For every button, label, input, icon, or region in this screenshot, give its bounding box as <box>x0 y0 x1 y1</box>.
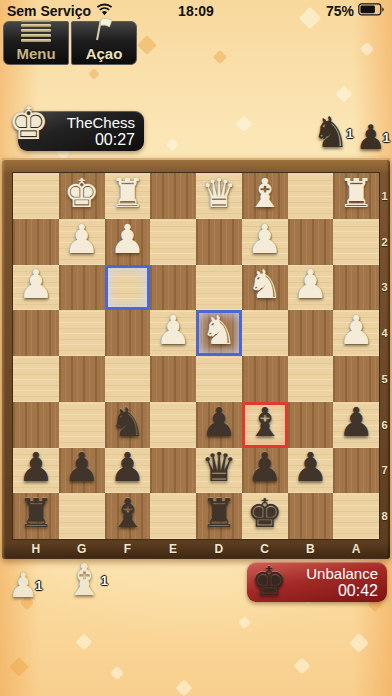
square-g3[interactable] <box>59 265 105 311</box>
player-bar-white[interactable]: TheChess 00:27 <box>18 111 144 151</box>
square-a1[interactable]: ♜ <box>333 173 379 219</box>
piece-black-pawn-b7[interactable]: ♟ <box>288 445 334 491</box>
square-f8[interactable]: ♝ <box>105 493 151 539</box>
square-e5[interactable] <box>150 356 196 402</box>
diamond-decor <box>176 680 193 696</box>
square-d5[interactable] <box>196 356 242 402</box>
diamond-decor <box>76 634 93 651</box>
piece-white-pawn-e4[interactable]: ♟ <box>150 307 196 353</box>
square-g2[interactable]: ♟ <box>59 219 105 265</box>
square-c6[interactable]: ♝ <box>242 402 288 448</box>
diamond-decor <box>360 42 374 56</box>
piece-white-queen-d1[interactable]: ♛ <box>196 170 242 216</box>
square-e1[interactable] <box>150 173 196 219</box>
rank-label-3: 3 <box>379 265 390 311</box>
white-player-name: TheChess <box>58 114 135 131</box>
square-g6[interactable] <box>59 402 105 448</box>
piece-white-knight-c3[interactable]: ♞ <box>242 262 288 308</box>
square-c4[interactable] <box>242 310 288 356</box>
square-h3[interactable]: ♟ <box>13 265 59 311</box>
diamond-decor <box>110 666 124 680</box>
status-bar: 18:09 Sem Serviço 75% <box>0 0 392 22</box>
square-b2[interactable] <box>288 219 334 265</box>
square-c2[interactable]: ♟ <box>242 219 288 265</box>
rank-label-5: 5 <box>379 356 390 402</box>
square-g5[interactable] <box>59 356 105 402</box>
square-d1[interactable]: ♛ <box>196 173 242 219</box>
square-h7[interactable]: ♟ <box>13 448 59 494</box>
square-a6[interactable]: ♟ <box>333 402 379 448</box>
rank-label-6: 6 <box>379 402 390 448</box>
flag-icon <box>91 17 117 45</box>
square-c3[interactable]: ♞ <box>242 265 288 311</box>
square-d6[interactable]: ♟ <box>196 402 242 448</box>
square-d7[interactable]: ♛ <box>196 448 242 494</box>
square-e4[interactable]: ♟ <box>150 310 196 356</box>
battery-percent: 75% <box>326 3 354 19</box>
file-label-d: D <box>196 541 242 557</box>
file-label-e: E <box>150 541 196 557</box>
piece-black-pawn-c7[interactable]: ♟ <box>242 445 288 491</box>
square-c5[interactable] <box>242 356 288 402</box>
piece-black-bishop-f8[interactable]: ♝ <box>105 490 151 536</box>
captured-white-bishop-icon: ♝1 <box>64 556 103 604</box>
diamond-decor <box>137 35 157 55</box>
diamond-decor <box>166 138 179 151</box>
square-e6[interactable] <box>150 402 196 448</box>
square-h6[interactable] <box>13 402 59 448</box>
chess-board: ♚♜♛♝♜♟♟♟♟♞♟♟♞♟♞♟♝♟♟♟♟♛♟♟♜♝♜♚ 12345678 HG… <box>2 158 390 559</box>
captured-black-pieces-tray: ♞1♟1 <box>312 100 386 156</box>
square-f4[interactable] <box>105 310 151 356</box>
piece-white-pawn-f2[interactable]: ♟ <box>105 216 151 262</box>
player-bar-black[interactable]: Unbalance 00:42 <box>247 562 387 602</box>
captured-black-knight-count: 1 <box>346 111 353 157</box>
square-h1[interactable] <box>13 173 59 219</box>
square-e3[interactable] <box>150 265 196 311</box>
diamond-decor <box>88 68 99 79</box>
piece-black-pawn-h7[interactable]: ♟ <box>13 445 59 491</box>
piece-black-queen-d7[interactable]: ♛ <box>196 445 242 491</box>
piece-black-rook-d8[interactable]: ♜ <box>196 490 242 536</box>
piece-white-pawn-c2[interactable]: ♟ <box>242 216 288 262</box>
piece-black-pawn-g7[interactable]: ♟ <box>59 445 105 491</box>
piece-white-pawn-b3[interactable]: ♟ <box>288 262 334 308</box>
square-f7[interactable]: ♟ <box>105 448 151 494</box>
piece-white-bishop-c1[interactable]: ♝ <box>242 170 288 216</box>
square-h2[interactable] <box>13 219 59 265</box>
piece-black-knight-f6[interactable]: ♞ <box>105 399 151 445</box>
captured-white-pieces-tray: ♟1♝1 <box>8 556 104 604</box>
square-h4[interactable] <box>13 310 59 356</box>
square-a2[interactable] <box>333 219 379 265</box>
toolbar: Menu Açao <box>3 21 137 65</box>
black-player-clock: 00:42 <box>287 582 378 600</box>
piece-black-pawn-a6[interactable]: ♟ <box>333 399 379 445</box>
square-b6[interactable] <box>288 402 334 448</box>
diamond-decor <box>294 658 311 675</box>
square-b5[interactable] <box>288 356 334 402</box>
rank-label-7: 7 <box>379 448 390 494</box>
file-label-a: A <box>333 541 379 557</box>
square-e2[interactable] <box>150 219 196 265</box>
piece-black-pawn-f7[interactable]: ♟ <box>105 445 151 491</box>
piece-white-pawn-a4[interactable]: ♟ <box>333 307 379 353</box>
square-a3[interactable] <box>333 265 379 311</box>
action-button-label: Açao <box>86 45 123 62</box>
piece-black-rook-h8[interactable]: ♜ <box>13 490 59 536</box>
square-a8[interactable] <box>333 493 379 539</box>
square-g4[interactable] <box>59 310 105 356</box>
piece-black-king-c8[interactable]: ♚ <box>242 490 288 536</box>
square-d4[interactable]: ♞ <box>196 310 242 356</box>
diamond-decor <box>9 657 29 677</box>
square-f6[interactable]: ♞ <box>105 402 151 448</box>
square-c7[interactable]: ♟ <box>242 448 288 494</box>
square-d2[interactable] <box>196 219 242 265</box>
piece-white-knight-d4[interactable]: ♞ <box>196 307 242 353</box>
square-e7[interactable] <box>150 448 196 494</box>
square-a7[interactable] <box>333 448 379 494</box>
white-player-clock: 00:27 <box>58 131 135 149</box>
diamond-decor <box>238 616 251 629</box>
square-b1[interactable] <box>288 173 334 219</box>
square-d8[interactable]: ♜ <box>196 493 242 539</box>
square-a4[interactable]: ♟ <box>333 310 379 356</box>
captured-black-pawn-icon: ♟1 <box>356 118 386 156</box>
menu-button[interactable]: Menu <box>3 21 69 65</box>
square-e8[interactable] <box>150 493 196 539</box>
piece-white-king-g1[interactable]: ♚ <box>59 170 105 216</box>
rank-label-4: 4 <box>379 310 390 356</box>
diamond-decor <box>213 50 227 64</box>
battery-icon <box>358 3 385 19</box>
piece-white-rook-a1[interactable]: ♜ <box>333 170 379 216</box>
rank-label-8: 8 <box>379 493 390 539</box>
square-f2[interactable]: ♟ <box>105 219 151 265</box>
square-b7[interactable]: ♟ <box>288 448 334 494</box>
captured-white-pawn-icon: ♟1 <box>8 566 38 604</box>
black-player-name: Unbalance <box>287 565 378 582</box>
square-a5[interactable] <box>333 356 379 402</box>
action-button[interactable]: Açao <box>71 21 137 65</box>
hamburger-icon <box>21 19 51 42</box>
file-label-c: C <box>242 541 288 557</box>
piece-black-bishop-c6[interactable]: ♝ <box>242 399 288 445</box>
file-label-h: H <box>13 541 59 557</box>
board-grid: ♚♜♛♝♜♟♟♟♟♞♟♟♞♟♞♟♝♟♟♟♟♛♟♟♜♝♜♚ <box>13 173 379 539</box>
diamond-decor <box>236 116 253 133</box>
square-g7[interactable]: ♟ <box>59 448 105 494</box>
square-c8[interactable]: ♚ <box>242 493 288 539</box>
captured-white-bishop-count: 1 <box>101 557 108 605</box>
menu-button-label: Menu <box>16 45 55 62</box>
square-h8[interactable]: ♜ <box>13 493 59 539</box>
diamond-decor <box>349 633 369 653</box>
rank-label-2: 2 <box>379 219 390 265</box>
square-b3[interactable]: ♟ <box>288 265 334 311</box>
piece-white-pawn-g2[interactable]: ♟ <box>59 216 105 262</box>
square-f5[interactable] <box>105 356 151 402</box>
piece-white-pawn-h3[interactable]: ♟ <box>13 262 59 308</box>
square-f1[interactable]: ♜ <box>105 173 151 219</box>
square-d3[interactable] <box>196 265 242 311</box>
rank-labels: 12345678 <box>379 173 390 539</box>
file-label-f: F <box>105 541 151 557</box>
piece-white-rook-f1[interactable]: ♜ <box>105 170 151 216</box>
square-b4[interactable] <box>288 310 334 356</box>
piece-black-pawn-d6[interactable]: ♟ <box>196 399 242 445</box>
square-f3[interactable] <box>105 265 151 311</box>
square-h5[interactable] <box>13 356 59 402</box>
captured-black-knight-icon: ♞1 <box>312 110 350 156</box>
square-g1[interactable]: ♚ <box>59 173 105 219</box>
square-g8[interactable] <box>59 493 105 539</box>
square-b8[interactable] <box>288 493 334 539</box>
rank-label-1: 1 <box>379 173 390 219</box>
captured-white-pawn-count: 1 <box>35 567 42 605</box>
captured-black-pawn-count: 1 <box>383 119 390 157</box>
file-label-b: B <box>288 541 334 557</box>
square-c1[interactable]: ♝ <box>242 173 288 219</box>
